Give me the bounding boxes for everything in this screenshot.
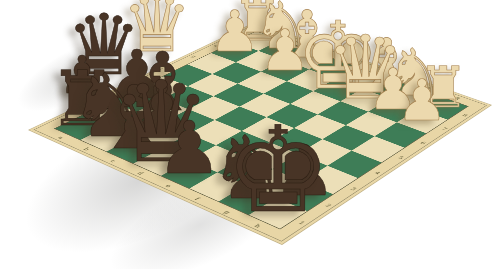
- dark-pawn-offboard: ♟: [59, 49, 106, 101]
- dark-queen-offboard: ♛: [66, 3, 141, 87]
- board-grid: [55, 31, 467, 228]
- light-queen-offboard: ♛: [122, 0, 192, 63]
- product-photo-scene: aa11bb22cc33dd44ee55ff66gg77hh88 ♜♞♝♝♞♜♚…: [0, 0, 500, 269]
- chessboard: aa11bb22cc33dd44ee55ff66gg77hh88: [28, 22, 492, 245]
